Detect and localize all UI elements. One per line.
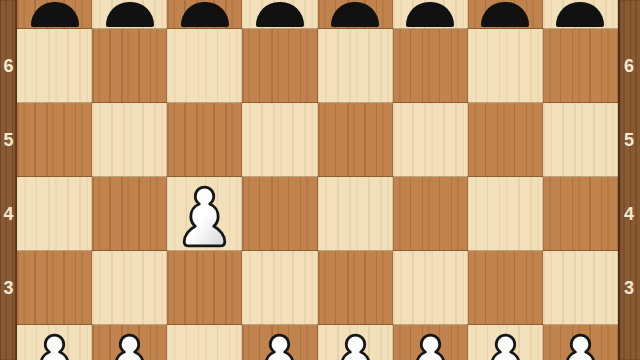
square-h5[interactable]: [543, 103, 618, 177]
square-f5[interactable]: [393, 103, 468, 177]
square-c2[interactable]: [167, 325, 242, 360]
square-h4[interactable]: [543, 177, 618, 251]
square-d2[interactable]: [242, 325, 317, 360]
rank-label-6-left: 6: [0, 55, 17, 77]
square-e5[interactable]: [318, 103, 393, 177]
square-h6[interactable]: [543, 29, 618, 103]
square-e2[interactable]: [318, 325, 393, 360]
rank-label-4-right: 4: [618, 203, 640, 225]
board-frame-left: 6543: [0, 0, 17, 360]
black-pawn-g7[interactable]: [481, 2, 529, 27]
square-b3[interactable]: [92, 251, 167, 325]
white-pawn-f2[interactable]: [408, 333, 453, 360]
square-f3[interactable]: [393, 251, 468, 325]
chess-board-viewport: 6543 6543: [0, 0, 640, 360]
black-pawn-c7[interactable]: [181, 2, 229, 27]
white-pawn-g2[interactable]: [483, 333, 528, 360]
square-f2[interactable]: [393, 325, 468, 360]
square-e3[interactable]: [318, 251, 393, 325]
square-d7[interactable]: [242, 0, 317, 29]
black-pawn-d7[interactable]: [256, 2, 304, 27]
square-d3[interactable]: [242, 251, 317, 325]
white-pawn-shape: [485, 335, 526, 360]
black-pawn-h7[interactable]: [556, 2, 604, 27]
square-c7[interactable]: [167, 0, 242, 29]
white-pawn-a2[interactable]: [32, 333, 77, 360]
square-h3[interactable]: [543, 251, 618, 325]
square-g5[interactable]: [468, 103, 543, 177]
white-pawn-shape: [560, 335, 601, 360]
square-e6[interactable]: [318, 29, 393, 103]
square-c5[interactable]: [167, 103, 242, 177]
white-pawn-shape: [109, 335, 150, 360]
rank-label-3-left: 3: [0, 277, 17, 299]
square-f4[interactable]: [393, 177, 468, 251]
square-b2[interactable]: [92, 325, 167, 360]
square-h2[interactable]: [543, 325, 618, 360]
square-b7[interactable]: [92, 0, 167, 29]
white-pawn-shape: [260, 335, 301, 360]
board-frame-right: 6543: [618, 0, 640, 360]
square-c6[interactable]: [167, 29, 242, 103]
square-a2[interactable]: [17, 325, 92, 360]
square-d6[interactable]: [242, 29, 317, 103]
square-a3[interactable]: [17, 251, 92, 325]
black-pawn-f7[interactable]: [406, 2, 454, 27]
square-e4[interactable]: [318, 177, 393, 251]
chess-board: [17, 0, 618, 360]
white-pawn-shape: [335, 335, 376, 360]
square-b5[interactable]: [92, 103, 167, 177]
square-f7[interactable]: [393, 0, 468, 29]
white-pawn-e2[interactable]: [333, 333, 378, 360]
white-pawn-shape: [34, 335, 75, 360]
rank-label-4-left: 4: [0, 203, 17, 225]
square-g3[interactable]: [468, 251, 543, 325]
black-pawn-a7[interactable]: [31, 2, 79, 27]
square-b6[interactable]: [92, 29, 167, 103]
black-pawn-e7[interactable]: [331, 2, 379, 27]
square-g7[interactable]: [468, 0, 543, 29]
square-f6[interactable]: [393, 29, 468, 103]
square-a5[interactable]: [17, 103, 92, 177]
rank-label-5-right: 5: [618, 129, 640, 151]
square-a7[interactable]: [17, 0, 92, 29]
black-pawn-b7[interactable]: [106, 2, 154, 27]
square-g2[interactable]: [468, 325, 543, 360]
rank-label-5-left: 5: [0, 129, 17, 151]
white-pawn-c4[interactable]: [182, 185, 227, 248]
square-g4[interactable]: [468, 177, 543, 251]
square-a6[interactable]: [17, 29, 92, 103]
square-d4[interactable]: [242, 177, 317, 251]
white-pawn-shape: [184, 187, 225, 246]
square-b4[interactable]: [92, 177, 167, 251]
square-h7[interactable]: [543, 0, 618, 29]
white-pawn-h2[interactable]: [558, 333, 603, 360]
square-a4[interactable]: [17, 177, 92, 251]
white-pawn-d2[interactable]: [257, 333, 302, 360]
square-e7[interactable]: [318, 0, 393, 29]
square-c3[interactable]: [167, 251, 242, 325]
white-pawn-shape: [410, 335, 451, 360]
square-c4[interactable]: [167, 177, 242, 251]
rank-label-3-right: 3: [618, 277, 640, 299]
square-d5[interactable]: [242, 103, 317, 177]
rank-label-6-right: 6: [618, 55, 640, 77]
white-pawn-b2[interactable]: [107, 333, 152, 360]
square-g6[interactable]: [468, 29, 543, 103]
